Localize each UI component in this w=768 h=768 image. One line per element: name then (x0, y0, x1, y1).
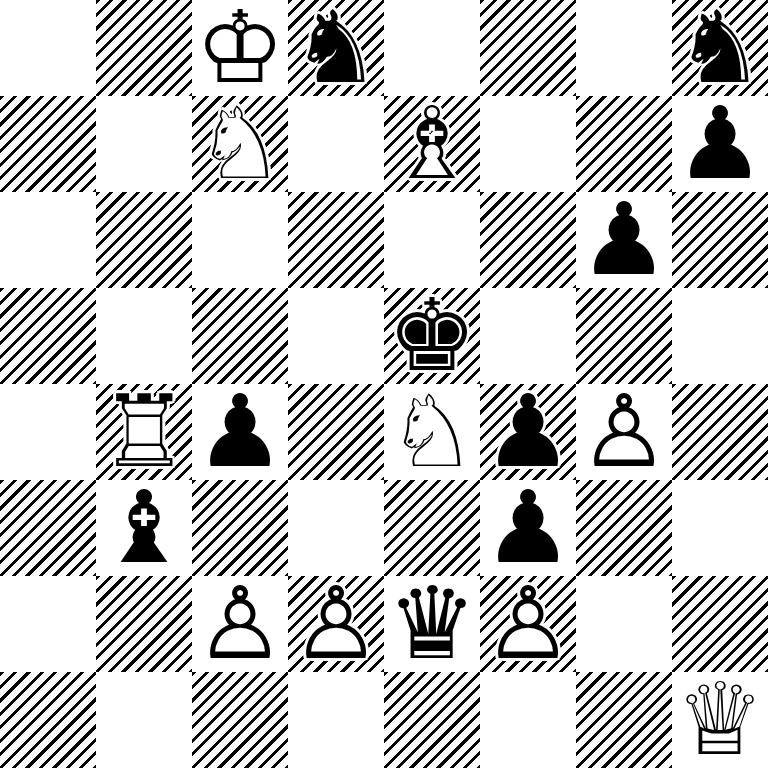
square-f6[interactable] (480, 192, 576, 288)
black-queen: ♛ (384, 576, 480, 672)
square-f2[interactable]: ♟♙ (480, 576, 576, 672)
white-pawn-fill: ♟ (192, 576, 288, 672)
white-king-fill: ♚ (192, 0, 288, 96)
white-queen-fill: ♛ (672, 672, 768, 768)
black-bishop: ♝ (96, 480, 192, 576)
square-a3[interactable] (0, 480, 96, 576)
square-b5[interactable] (96, 288, 192, 384)
white-rook-fill: ♜ (96, 384, 192, 480)
white-queen: ♕ (672, 672, 768, 768)
square-f3[interactable]: ♟ (480, 480, 576, 576)
square-f4[interactable]: ♟ (480, 384, 576, 480)
white-pawn: ♙ (288, 576, 384, 672)
square-e2[interactable]: ♛ (384, 576, 480, 672)
white-knight: ♘ (384, 384, 480, 480)
white-rook: ♖ (96, 384, 192, 480)
square-c5[interactable] (192, 288, 288, 384)
black-pawn: ♟ (576, 192, 672, 288)
square-e8[interactable] (384, 0, 480, 96)
square-c3[interactable] (192, 480, 288, 576)
white-pawn: ♙ (480, 576, 576, 672)
square-d2[interactable]: ♟♙ (288, 576, 384, 672)
square-g8[interactable] (576, 0, 672, 96)
square-e3[interactable] (384, 480, 480, 576)
black-pawn: ♟ (672, 96, 768, 192)
square-a8[interactable] (0, 0, 96, 96)
square-d6[interactable] (288, 192, 384, 288)
white-knight-fill: ♞ (384, 384, 480, 480)
square-e6[interactable] (384, 192, 480, 288)
square-e1[interactable] (384, 672, 480, 768)
square-a7[interactable] (0, 96, 96, 192)
square-c8[interactable]: ♚♔ (192, 0, 288, 96)
square-a4[interactable] (0, 384, 96, 480)
white-pawn: ♙ (192, 576, 288, 672)
white-bishop-fill: ♝ (384, 96, 480, 192)
square-c4[interactable]: ♟ (192, 384, 288, 480)
square-b3[interactable]: ♝ (96, 480, 192, 576)
black-pawn: ♟ (192, 384, 288, 480)
square-h6[interactable] (672, 192, 768, 288)
white-pawn-fill: ♟ (480, 576, 576, 672)
white-knight-fill: ♞ (192, 96, 288, 192)
square-h3[interactable] (672, 480, 768, 576)
white-pawn-fill: ♟ (288, 576, 384, 672)
square-c7[interactable]: ♞♘ (192, 96, 288, 192)
white-pawn-fill: ♟ (576, 384, 672, 480)
square-f1[interactable] (480, 672, 576, 768)
square-d4[interactable] (288, 384, 384, 480)
square-d1[interactable] (288, 672, 384, 768)
square-f8[interactable] (480, 0, 576, 96)
black-pawn: ♟ (480, 384, 576, 480)
square-h5[interactable] (672, 288, 768, 384)
square-h2[interactable] (672, 576, 768, 672)
square-c1[interactable] (192, 672, 288, 768)
white-king: ♔ (192, 0, 288, 96)
square-d8[interactable]: ♞ (288, 0, 384, 96)
square-a6[interactable] (0, 192, 96, 288)
square-g1[interactable] (576, 672, 672, 768)
square-d5[interactable] (288, 288, 384, 384)
black-king: ♚ (384, 288, 480, 384)
square-b1[interactable] (96, 672, 192, 768)
square-g2[interactable] (576, 576, 672, 672)
chess-board: ♚♔♞♞♞♘♝♗♟♟♚♜♖♟♞♘♟♟♙♝♟♟♙♟♙♛♟♙♛♕ (0, 0, 768, 768)
square-g7[interactable] (576, 96, 672, 192)
square-b6[interactable] (96, 192, 192, 288)
square-e7[interactable]: ♝♗ (384, 96, 480, 192)
square-a5[interactable] (0, 288, 96, 384)
square-a1[interactable] (0, 672, 96, 768)
square-d7[interactable] (288, 96, 384, 192)
square-g3[interactable] (576, 480, 672, 576)
square-d3[interactable] (288, 480, 384, 576)
square-b4[interactable]: ♜♖ (96, 384, 192, 480)
black-knight: ♞ (288, 0, 384, 96)
square-g6[interactable]: ♟ (576, 192, 672, 288)
black-knight: ♞ (672, 0, 768, 96)
square-h1[interactable]: ♛♕ (672, 672, 768, 768)
square-c6[interactable] (192, 192, 288, 288)
square-a2[interactable] (0, 576, 96, 672)
square-e4[interactable]: ♞♘ (384, 384, 480, 480)
square-g5[interactable] (576, 288, 672, 384)
black-pawn: ♟ (480, 480, 576, 576)
white-bishop: ♗ (384, 96, 480, 192)
square-b8[interactable] (96, 0, 192, 96)
square-b7[interactable] (96, 96, 192, 192)
square-g4[interactable]: ♟♙ (576, 384, 672, 480)
white-knight: ♘ (192, 96, 288, 192)
square-e5[interactable]: ♚ (384, 288, 480, 384)
square-f5[interactable] (480, 288, 576, 384)
square-h7[interactable]: ♟ (672, 96, 768, 192)
square-c2[interactable]: ♟♙ (192, 576, 288, 672)
square-b2[interactable] (96, 576, 192, 672)
square-h8[interactable]: ♞ (672, 0, 768, 96)
square-f7[interactable] (480, 96, 576, 192)
white-pawn: ♙ (576, 384, 672, 480)
square-h4[interactable] (672, 384, 768, 480)
